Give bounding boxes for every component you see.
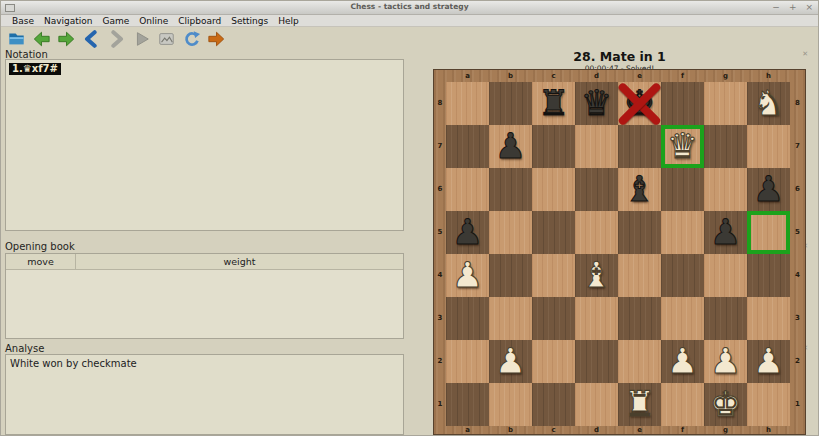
square-f1[interactable] [661,383,704,426]
square-c7[interactable] [532,125,575,168]
square-a8[interactable] [446,82,489,125]
puzzle-title: 28. Mate in 1 [433,49,806,64]
square-f7[interactable]: ♛ [661,125,704,168]
black-pawn[interactable]: ♟ [446,211,489,253]
previous-game-arrow-icon[interactable] [30,29,52,49]
coord-file-g-bottom: g [704,426,747,434]
coord-rank-7-right: 7 [790,125,805,168]
square-g1[interactable]: ♚ [704,383,747,426]
notation-panel[interactable]: 1.♛xf7# [5,59,404,231]
square-f6[interactable] [661,168,704,211]
refresh-icon[interactable] [180,29,202,49]
coord-file-c-bottom: c [532,426,575,434]
coord-rank-3-left: 3 [434,297,446,340]
menu-bar: BaseNavigationGameOnlineClipboardSetting… [1,15,818,27]
square-c5[interactable] [532,211,575,254]
square-a3[interactable] [446,297,489,340]
coord-rank-3-right: 3 [790,297,805,340]
white-pawn[interactable]: ♟ [446,254,489,296]
square-e2[interactable] [618,340,661,383]
coord-file-d-bottom: d [575,426,618,434]
square-a6[interactable] [446,168,489,211]
square-b1[interactable] [489,383,532,426]
window-title: Chess - tactics and strategy [1,2,818,11]
coord-file-h-top: h [747,72,790,80]
white-knight[interactable]: ♞ [747,82,790,124]
square-h8[interactable]: ♞ [747,82,790,125]
square-d2[interactable] [575,340,618,383]
board-image-icon[interactable] [155,29,177,49]
coord-file-b-top: b [489,72,532,80]
square-a2[interactable] [446,340,489,383]
square-c8[interactable]: ♜ [532,82,575,125]
white-pawn[interactable]: ♟ [704,340,747,382]
black-pawn[interactable]: ♟ [704,211,747,253]
coord-rank-1-left: 1 [434,383,446,426]
analyse-panel-title: Analyse [5,343,44,354]
square-b7[interactable]: ♟ [489,125,532,168]
coord-rank-1-right: 1 [790,383,805,426]
notation-move[interactable]: 1.♛xf7# [9,63,61,75]
continue-arrow-icon[interactable] [205,29,227,49]
next-game-arrow-icon[interactable] [55,29,77,49]
white-pawn[interactable]: ♟ [489,340,532,382]
chess-app-window: Chess - tactics and strategy −+× BaseNav… [0,0,819,436]
coord-rank-6-right: 6 [790,168,805,211]
menu-online[interactable]: Online [134,16,173,26]
square-f5[interactable] [661,211,704,254]
toolbar [1,28,818,49]
square-h3[interactable] [747,297,790,340]
opening-book-panel-title: Opening book [5,241,75,252]
square-g3[interactable] [704,297,747,340]
menu-help[interactable]: Help [273,16,304,26]
coord-rank-7-left: 7 [434,125,446,168]
square-e3[interactable] [618,297,661,340]
square-a1[interactable] [446,383,489,426]
window-controls: −+× [772,1,813,14]
coord-rank-5-right: 5 [790,211,805,254]
black-bishop[interactable]: ♝ [618,168,661,210]
square-d7[interactable] [575,125,618,168]
coord-rank-4-left: 4 [434,254,446,297]
opening-book-header-row: moveweight [6,254,403,270]
coord-rank-6-left: 6 [434,168,446,211]
coord-rank-8-left: 8 [434,82,446,125]
black-rook[interactable]: ♜ [532,82,575,124]
coord-file-c-top: c [532,72,575,80]
square-e5[interactable] [618,211,661,254]
coord-file-f-bottom: f [661,426,704,434]
black-pawn[interactable]: ♟ [489,125,532,167]
square-e1[interactable]: ♜ [618,383,661,426]
square-g7[interactable] [704,125,747,168]
square-d1[interactable] [575,383,618,426]
square-a7[interactable] [446,125,489,168]
back-move-chevron-icon[interactable] [80,29,102,49]
play-icon[interactable] [130,29,152,49]
square-e4[interactable] [618,254,661,297]
black-queen[interactable]: ♛ [575,82,618,124]
minimize-icon[interactable]: − [772,1,780,14]
square-h5[interactable] [747,211,790,254]
book-column-move[interactable]: move [6,254,76,269]
square-f2[interactable]: ♟ [661,340,704,383]
black-pawn[interactable]: ♟ [747,168,790,210]
white-pawn[interactable]: ♟ [661,340,704,382]
black-king[interactable]: ♚ [618,82,661,124]
coord-file-b-bottom: b [489,426,532,434]
menu-base[interactable]: Base [7,16,39,26]
menu-settings[interactable]: Settings [226,16,273,26]
coord-rank-8-right: 8 [790,82,805,125]
square-c3[interactable] [532,297,575,340]
square-g2[interactable]: ♟ [704,340,747,383]
menu-navigation[interactable]: Navigation [39,16,98,26]
square-c2[interactable] [532,340,575,383]
square-g4[interactable] [704,254,747,297]
forward-move-chevron-icon[interactable] [105,29,127,49]
white-pawn[interactable]: ♟ [747,340,790,382]
square-e6[interactable]: ♝ [618,168,661,211]
coord-file-h-bottom: h [747,426,790,434]
coord-rank-4-right: 4 [790,254,805,297]
square-h4[interactable] [747,254,790,297]
square-g6[interactable] [704,168,747,211]
square-e7[interactable] [618,125,661,168]
book-column-weight[interactable]: weight [76,254,403,269]
coord-file-f-top: f [661,72,704,80]
square-a5[interactable]: ♟ [446,211,489,254]
coord-rank-5-left: 5 [434,211,446,254]
menu-game[interactable]: Game [97,16,134,26]
square-f8[interactable] [661,82,704,125]
coord-file-e-bottom: e [618,426,661,434]
square-b2[interactable]: ♟ [489,340,532,383]
square-d5[interactable] [575,211,618,254]
maximize-icon[interactable]: + [789,1,797,14]
analyse-panel: White won by checkmate [5,354,404,435]
square-c1[interactable] [532,383,575,426]
square-b6[interactable] [489,168,532,211]
opening-book-panel: moveweight [5,253,404,339]
open-folder-icon[interactable] [5,29,27,49]
square-h7[interactable] [747,125,790,168]
square-c6[interactable] [532,168,575,211]
square-d3[interactable] [575,297,618,340]
square-f4[interactable] [661,254,704,297]
square-h1[interactable] [747,383,790,426]
square-h2[interactable]: ♟ [747,340,790,383]
coord-file-e-top: e [618,72,661,80]
coord-rank-2-right: 2 [790,340,805,383]
coord-rank-2-left: 2 [434,340,446,383]
square-f3[interactable] [661,297,704,340]
close-icon[interactable]: × [805,1,813,14]
coord-file-a-bottom: a [446,426,489,434]
analyse-result-text: White won by checkmate [10,358,137,369]
white-bishop[interactable]: ♝ [575,254,618,296]
white-queen[interactable]: ♛ [661,125,704,167]
square-e8[interactable]: ♚ [618,82,661,125]
coord-file-a-top: a [446,72,489,80]
square-d6[interactable] [575,168,618,211]
square-d4[interactable]: ♝ [575,254,618,297]
chess-board[interactable]: ♜♛♚♞♟♛♝♟♟♟♟♝♟♟♟♟♜♚ aabbccddeeffgghh88776… [433,69,806,435]
square-c4[interactable] [532,254,575,297]
square-d8[interactable]: ♛ [575,82,618,125]
coord-file-d-top: d [575,72,618,80]
square-a4[interactable]: ♟ [446,254,489,297]
board-squares: ♜♛♚♞♟♛♝♟♟♟♟♝♟♟♟♟♜♚ [446,82,790,426]
white-rook[interactable]: ♜ [618,383,661,425]
title-bar[interactable]: Chess - tactics and strategy −+× [1,1,818,15]
coord-file-g-top: g [704,72,747,80]
square-g5[interactable]: ♟ [704,211,747,254]
square-b8[interactable] [489,82,532,125]
square-b3[interactable] [489,297,532,340]
white-king[interactable]: ♚ [704,383,747,425]
square-b4[interactable] [489,254,532,297]
square-b5[interactable] [489,211,532,254]
square-g8[interactable] [704,82,747,125]
square-h6[interactable]: ♟ [747,168,790,211]
menu-clipboard[interactable]: Clipboard [173,16,226,26]
